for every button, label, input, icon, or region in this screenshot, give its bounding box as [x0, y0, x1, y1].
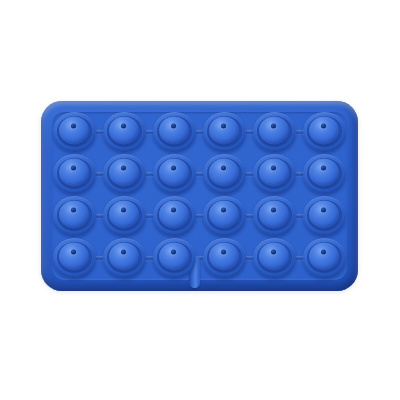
bump-dome — [109, 242, 139, 270]
bump-dome — [159, 242, 189, 270]
bump-dome — [109, 116, 139, 144]
bump-dimple-hole — [71, 124, 76, 129]
bump-r1c4 — [199, 111, 249, 153]
bump-base-ring — [153, 154, 196, 194]
bump-dimple-hole — [171, 124, 176, 129]
bump-r1c5 — [249, 111, 299, 153]
bump-dome — [309, 242, 339, 270]
bump-base-ring — [153, 196, 196, 236]
bump-r2c2 — [99, 153, 149, 195]
bump-base-ring — [303, 196, 346, 236]
bump-dimple-hole — [121, 208, 126, 213]
bump-dome — [159, 200, 189, 228]
bump-r1c3 — [149, 111, 199, 153]
bump-base-ring — [303, 154, 346, 194]
bump-base-ring — [303, 112, 346, 152]
bump-r4c6 — [299, 237, 349, 279]
bump-dome — [259, 242, 289, 270]
bump-r4c3 — [149, 237, 199, 279]
bump-dimple-hole — [171, 250, 176, 255]
bump-base-ring — [103, 238, 146, 278]
bump-dome — [259, 200, 289, 228]
bump-dome — [209, 242, 239, 270]
bump-dimple-hole — [71, 250, 76, 255]
bump-r2c4 — [199, 153, 249, 195]
bump-dimple-hole — [171, 166, 176, 171]
blue-dome-tray — [41, 101, 358, 291]
bump-dome — [309, 116, 339, 144]
bump-dimple-hole — [71, 166, 76, 171]
bump-dimple-hole — [71, 208, 76, 213]
bump-dimple-hole — [171, 208, 176, 213]
bump-base-ring — [103, 196, 146, 236]
bump-dome — [259, 116, 289, 144]
bump-r3c4 — [199, 195, 249, 237]
bump-r1c6 — [299, 111, 349, 153]
bump-dome — [159, 116, 189, 144]
bump-base-ring — [253, 154, 296, 194]
bump-dimple-hole — [321, 124, 326, 129]
bump-base-ring — [53, 154, 96, 194]
bump-dimple-hole — [321, 166, 326, 171]
bump-dimple-hole — [321, 208, 326, 213]
bump-r4c2 — [99, 237, 149, 279]
bump-dimple-hole — [221, 250, 226, 255]
bump-dimple-hole — [271, 250, 276, 255]
bump-dome — [209, 116, 239, 144]
bump-base-ring — [203, 196, 246, 236]
bump-r1c2 — [99, 111, 149, 153]
bump-dimple-hole — [271, 166, 276, 171]
bump-base-ring — [303, 238, 346, 278]
bump-dome — [209, 158, 239, 186]
bump-base-ring — [103, 112, 146, 152]
bump-dome — [109, 158, 139, 186]
bump-dimple-hole — [221, 208, 226, 213]
bump-dome — [59, 158, 89, 186]
bump-r2c6 — [299, 153, 349, 195]
bump-dimple-hole — [121, 166, 126, 171]
bump-base-ring — [203, 238, 246, 278]
bump-dome — [59, 242, 89, 270]
bump-base-ring — [53, 112, 96, 152]
bump-dimple-hole — [271, 124, 276, 129]
bump-dome — [309, 158, 339, 186]
bump-dome — [309, 200, 339, 228]
bump-dome — [109, 200, 139, 228]
bump-base-ring — [203, 112, 246, 152]
bump-r2c1 — [49, 153, 99, 195]
bump-dimple-hole — [221, 124, 226, 129]
bump-base-ring — [153, 238, 196, 278]
bump-dome — [209, 200, 239, 228]
bump-base-ring — [153, 112, 196, 152]
bump-grid — [49, 111, 349, 279]
bump-dimple-hole — [121, 250, 126, 255]
bump-base-ring — [203, 154, 246, 194]
bump-dome — [159, 158, 189, 186]
bump-r3c6 — [299, 195, 349, 237]
bump-dimple-hole — [221, 166, 226, 171]
bump-r2c3 — [149, 153, 199, 195]
bump-r2c5 — [249, 153, 299, 195]
bump-dimple-hole — [271, 208, 276, 213]
bump-r3c3 — [149, 195, 199, 237]
bump-r1c1 — [49, 111, 99, 153]
bump-r4c4 — [199, 237, 249, 279]
product-photo-canvas — [0, 0, 400, 400]
bump-dome — [59, 200, 89, 228]
bump-dome — [59, 116, 89, 144]
bump-dimple-hole — [121, 124, 126, 129]
bump-base-ring — [103, 154, 146, 194]
bump-base-ring — [253, 196, 296, 236]
bump-base-ring — [253, 112, 296, 152]
bump-base-ring — [53, 196, 96, 236]
bump-r4c1 — [49, 237, 99, 279]
bump-r3c5 — [249, 195, 299, 237]
bump-dimple-hole — [321, 250, 326, 255]
bump-base-ring — [53, 238, 96, 278]
bump-dome — [259, 158, 289, 186]
bump-r4c5 — [249, 237, 299, 279]
bump-base-ring — [253, 238, 296, 278]
bump-r3c1 — [49, 195, 99, 237]
bump-r3c2 — [99, 195, 149, 237]
